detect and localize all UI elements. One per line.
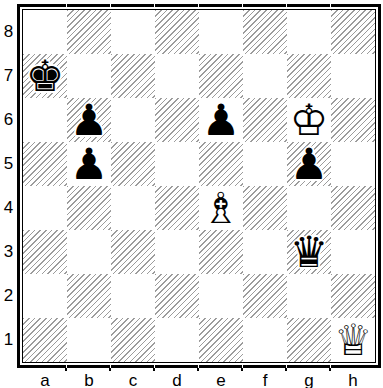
rank-label-6: 6: [0, 98, 17, 142]
piece-black-pawn: ♟: [70, 142, 109, 186]
file-label-e: e: [199, 368, 243, 388]
rank-label-5: 5: [0, 142, 17, 186]
file-label-h: h: [331, 368, 375, 388]
square-f2[interactable]: [243, 274, 287, 318]
border-tick: [329, 368, 331, 371]
square-a8[interactable]: [23, 10, 67, 54]
square-e2[interactable]: [199, 274, 243, 318]
border-tick: [154, 4, 155, 7]
square-b5[interactable]: ♟: [67, 142, 111, 186]
border-tick: [285, 368, 287, 371]
square-g4[interactable]: [287, 186, 331, 230]
border-tick: [330, 4, 331, 7]
square-c2[interactable]: [111, 274, 155, 318]
file-label-c: c: [111, 368, 155, 388]
square-b4[interactable]: [67, 186, 111, 230]
square-c1[interactable]: [111, 318, 155, 362]
piece-black-pawn: ♟: [202, 98, 241, 142]
rank-label-8: 8: [0, 10, 17, 54]
square-h6[interactable]: [331, 98, 375, 142]
file-label-f: f: [243, 368, 287, 388]
square-e4[interactable]: ♗: [199, 186, 243, 230]
square-a3[interactable]: [23, 230, 67, 274]
border-tick: [109, 368, 111, 371]
square-g8[interactable]: [287, 10, 331, 54]
square-b6[interactable]: ♟: [67, 98, 111, 142]
square-h8[interactable]: [331, 10, 375, 54]
file-label-d: d: [155, 368, 199, 388]
border-tick: [242, 4, 243, 7]
border-tick: [241, 368, 243, 371]
border-tick: [65, 368, 67, 371]
square-e3[interactable]: [199, 230, 243, 274]
square-a7[interactable]: ♚: [23, 54, 67, 98]
rank-label-4: 4: [0, 186, 17, 230]
square-h5[interactable]: [331, 142, 375, 186]
border-tick: [153, 368, 155, 371]
square-h4[interactable]: [331, 186, 375, 230]
rank-labels: 87654321: [0, 4, 17, 362]
square-d2[interactable]: [155, 274, 199, 318]
border-tick: [286, 4, 287, 7]
square-c6[interactable]: [111, 98, 155, 142]
square-a5[interactable]: [23, 142, 67, 186]
square-c3[interactable]: [111, 230, 155, 274]
border-tick: [198, 4, 199, 7]
square-d7[interactable]: [155, 54, 199, 98]
square-c8[interactable]: [111, 10, 155, 54]
chess-board-grid: ♚♟♟♔♟♟♗♛♕: [22, 9, 376, 363]
square-g5[interactable]: ♟: [287, 142, 331, 186]
file-label-a: a: [23, 368, 67, 388]
square-h7[interactable]: [331, 54, 375, 98]
square-f3[interactable]: [243, 230, 287, 274]
square-f1[interactable]: [243, 318, 287, 362]
square-d1[interactable]: [155, 318, 199, 362]
square-h1[interactable]: ♕: [331, 318, 375, 362]
square-f6[interactable]: [243, 98, 287, 142]
square-h2[interactable]: [331, 274, 375, 318]
square-b1[interactable]: [67, 318, 111, 362]
rank-label-2: 2: [0, 274, 17, 318]
square-a1[interactable]: [23, 318, 67, 362]
rank-label-3: 3: [0, 230, 17, 274]
square-d8[interactable]: [155, 10, 199, 54]
piece-black-queen: ♛: [290, 230, 329, 274]
square-g2[interactable]: [287, 274, 331, 318]
square-d5[interactable]: [155, 142, 199, 186]
piece-white-king: ♔: [290, 98, 329, 142]
border-tick: [66, 4, 67, 7]
border-tick: [110, 4, 111, 7]
square-e5[interactable]: [199, 142, 243, 186]
square-d3[interactable]: [155, 230, 199, 274]
square-b8[interactable]: [67, 10, 111, 54]
square-c5[interactable]: [111, 142, 155, 186]
square-e8[interactable]: [199, 10, 243, 54]
square-h3[interactable]: [331, 230, 375, 274]
file-labels: abcdefgh: [23, 368, 383, 388]
square-e1[interactable]: [199, 318, 243, 362]
square-c4[interactable]: [111, 186, 155, 230]
chess-diagram: 87654321 ♚♟♟♔♟♟♗♛♕ abcdefgh: [0, 0, 383, 388]
piece-white-bishop: ♗: [202, 186, 241, 230]
square-f8[interactable]: [243, 10, 287, 54]
rank-label-1: 1: [0, 318, 17, 362]
square-g3[interactable]: ♛: [287, 230, 331, 274]
square-a6[interactable]: [23, 98, 67, 142]
square-d6[interactable]: [155, 98, 199, 142]
square-a4[interactable]: [23, 186, 67, 230]
piece-black-king: ♚: [26, 54, 65, 98]
board-area: 87654321 ♚♟♟♔♟♟♗♛♕: [0, 4, 383, 368]
square-e6[interactable]: ♟: [199, 98, 243, 142]
piece-white-queen: ♕: [334, 318, 373, 362]
rank-label-7: 7: [0, 54, 17, 98]
piece-black-pawn: ♟: [70, 98, 109, 142]
square-f5[interactable]: [243, 142, 287, 186]
square-c7[interactable]: [111, 54, 155, 98]
square-e7[interactable]: [199, 54, 243, 98]
square-d4[interactable]: [155, 186, 199, 230]
square-b3[interactable]: [67, 230, 111, 274]
square-a2[interactable]: [23, 274, 67, 318]
square-b2[interactable]: [67, 274, 111, 318]
square-g7[interactable]: [287, 54, 331, 98]
square-f7[interactable]: [243, 54, 287, 98]
file-label-g: g: [287, 368, 331, 388]
square-f4[interactable]: [243, 186, 287, 230]
border-tick: [197, 368, 199, 371]
square-g6[interactable]: ♔: [287, 98, 331, 142]
square-g1[interactable]: [287, 318, 331, 362]
chess-board: ♚♟♟♔♟♟♗♛♕: [17, 4, 381, 368]
file-label-b: b: [67, 368, 111, 388]
square-b7[interactable]: [67, 54, 111, 98]
piece-black-pawn: ♟: [290, 142, 329, 186]
